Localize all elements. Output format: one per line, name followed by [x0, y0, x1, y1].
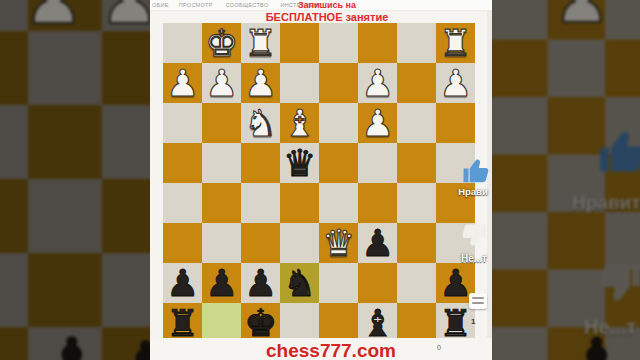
white-pawn[interactable]: ♟: [241, 63, 280, 103]
square-f2[interactable]: ♟: [241, 63, 280, 103]
menu-item-watch[interactable]: ПРОСМОТР: [179, 2, 213, 8]
black-bishop[interactable]: ♝: [358, 303, 397, 343]
square-d8[interactable]: [319, 303, 358, 343]
square-d5[interactable]: [319, 183, 358, 223]
square-g4[interactable]: [202, 143, 241, 183]
white-knight[interactable]: ♞: [241, 103, 280, 143]
square-d4[interactable]: [319, 143, 358, 183]
dislike-label: Не...т: [450, 253, 498, 264]
black-pawn[interactable]: ♟: [358, 223, 397, 263]
square-b1[interactable]: [397, 23, 436, 63]
square-f4[interactable]: [241, 143, 280, 183]
square-e7[interactable]: ♞: [280, 263, 319, 303]
square-c3[interactable]: ♟: [358, 103, 397, 143]
square-f3[interactable]: ♞: [241, 103, 280, 143]
white-pawn[interactable]: ♟: [358, 103, 397, 143]
promo-banner-line2: БЕСПЛАТНОЕ занятие: [266, 11, 389, 23]
black-rook[interactable]: ♜: [163, 303, 202, 343]
square-g7[interactable]: ♟: [202, 263, 241, 303]
white-pawn[interactable]: ♟: [436, 63, 475, 103]
like-label: Нрави: [447, 186, 499, 197]
square-a8[interactable]: ♜: [436, 303, 475, 343]
promo-banner-line1: Запишись на: [298, 0, 356, 10]
square-h1[interactable]: [163, 23, 202, 63]
square-b6[interactable]: [397, 223, 436, 263]
square-c4[interactable]: [358, 143, 397, 183]
black-pawn[interactable]: ♟: [163, 263, 202, 303]
square-c8[interactable]: ♝: [358, 303, 397, 343]
square-h3[interactable]: [163, 103, 202, 143]
white-rook[interactable]: ♜: [241, 23, 280, 63]
square-c7[interactable]: [358, 263, 397, 303]
square-c5[interactable]: [358, 183, 397, 223]
site-url-text: chess777.com: [266, 340, 396, 360]
square-d7[interactable]: [319, 263, 358, 303]
square-c2[interactable]: ♟: [358, 63, 397, 103]
square-f6[interactable]: [241, 223, 280, 263]
square-f7[interactable]: ♟: [241, 263, 280, 303]
square-f5[interactable]: [241, 183, 280, 223]
square-e5[interactable]: [280, 183, 319, 223]
square-h6[interactable]: [163, 223, 202, 263]
white-rook[interactable]: ♜: [436, 23, 475, 63]
square-e2[interactable]: [280, 63, 319, 103]
square-e3[interactable]: ♝: [280, 103, 319, 143]
square-h5[interactable]: [163, 183, 202, 223]
square-c6[interactable]: ♟: [358, 223, 397, 263]
black-pawn[interactable]: ♟: [202, 263, 241, 303]
square-d1[interactable]: [319, 23, 358, 63]
square-b5[interactable]: [397, 183, 436, 223]
menu-item-learning[interactable]: ОБИЕ: [152, 2, 169, 8]
overlay-count-badge: 1: [471, 317, 475, 326]
square-g1[interactable]: ♚: [202, 23, 241, 63]
background-left: ♟ ♟ ♟ ♟: [0, 0, 150, 360]
square-d6[interactable]: ♛: [319, 223, 358, 263]
thumbs-down-icon[interactable]: [460, 221, 488, 249]
background-right: ♟ Нравит Не...т ♟: [492, 0, 640, 360]
white-pawn[interactable]: ♟: [163, 63, 202, 103]
black-king[interactable]: ♚: [241, 303, 280, 343]
square-h4[interactable]: [163, 143, 202, 183]
more-menu-icon[interactable]: [469, 293, 487, 309]
square-f8[interactable]: ♚: [241, 303, 280, 343]
chess-board[interactable]: ♚♜♜♟♟♟♟♟♞♝♟♛♛♟♟♟♟♞♟♜♚♝♜: [163, 23, 475, 343]
menu-item-community[interactable]: СООБЩЕСТВО: [226, 2, 269, 8]
black-rook[interactable]: ♜: [436, 303, 475, 343]
square-b4[interactable]: [397, 143, 436, 183]
black-pawn[interactable]: ♟: [241, 263, 280, 303]
square-e4[interactable]: ♛: [280, 143, 319, 183]
square-d3[interactable]: [319, 103, 358, 143]
white-king[interactable]: ♚: [202, 23, 241, 63]
square-g5[interactable]: [202, 183, 241, 223]
square-a2[interactable]: ♟: [436, 63, 475, 103]
square-a1[interactable]: ♜: [436, 23, 475, 63]
square-f1[interactable]: ♜: [241, 23, 280, 63]
square-g6[interactable]: [202, 223, 241, 263]
white-queen[interactable]: ♛: [319, 223, 358, 263]
square-g8[interactable]: [202, 303, 241, 343]
square-a3[interactable]: [436, 103, 475, 143]
square-h7[interactable]: ♟: [163, 263, 202, 303]
black-queen[interactable]: ♛: [280, 143, 319, 183]
thumbs-up-icon[interactable]: [461, 156, 491, 186]
video-frame: ♟ ♟ ♟ ♟ ♟ Нравит Не...т ♟ ОБИЕ ПРОСМОТР …: [0, 0, 640, 360]
footer-bar: chess777.com 0: [150, 338, 492, 360]
square-c1[interactable]: [358, 23, 397, 63]
square-b8[interactable]: [397, 303, 436, 343]
square-g3[interactable]: [202, 103, 241, 143]
square-h8[interactable]: ♜: [163, 303, 202, 343]
square-b3[interactable]: [397, 103, 436, 143]
black-knight[interactable]: ♞: [280, 263, 319, 303]
square-e1[interactable]: [280, 23, 319, 63]
footer-count: 0: [437, 344, 441, 351]
white-bishop[interactable]: ♝: [280, 103, 319, 143]
square-d2[interactable]: [319, 63, 358, 103]
square-e6[interactable]: [280, 223, 319, 263]
square-b2[interactable]: [397, 63, 436, 103]
square-g2[interactable]: ♟: [202, 63, 241, 103]
white-pawn[interactable]: ♟: [202, 63, 241, 103]
main-video-area: ОБИЕ ПРОСМОТР СООБЩЕСТВО ИНСТРУМЕНТ ♚♜♜♟…: [150, 0, 492, 360]
square-e8[interactable]: [280, 303, 319, 343]
square-b7[interactable]: [397, 263, 436, 303]
square-h2[interactable]: ♟: [163, 63, 202, 103]
white-pawn[interactable]: ♟: [358, 63, 397, 103]
